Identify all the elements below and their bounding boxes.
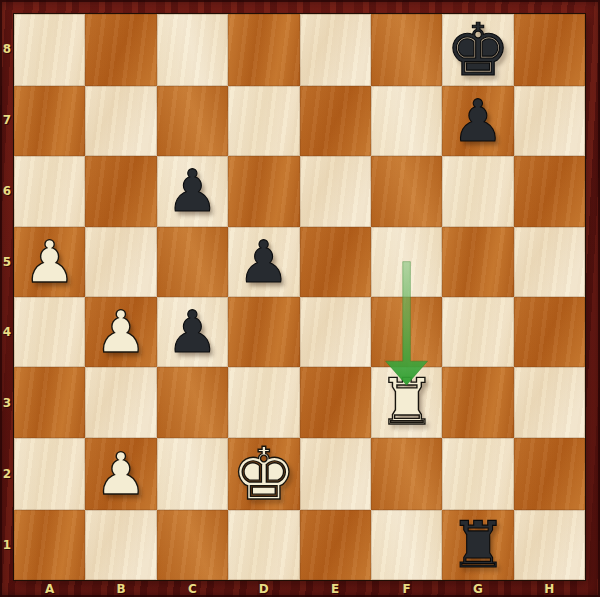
piece-white-pawn-b4[interactable]: ♟ [95,303,147,361]
square-b6[interactable] [85,156,156,226]
square-f6[interactable] [371,156,442,226]
square-d1[interactable] [228,510,299,580]
square-a5[interactable]: ♟ [14,227,85,297]
square-g5[interactable] [442,227,513,297]
square-e3[interactable] [300,367,371,437]
square-a7[interactable] [14,86,85,156]
square-a3[interactable] [14,367,85,437]
square-c8[interactable] [157,14,228,86]
square-d3[interactable] [228,367,299,437]
piece-white-king-d2[interactable]: ♚ [232,438,297,510]
square-a8[interactable] [14,14,85,86]
rank-label-6: 6 [0,156,14,227]
rank-label-8: 8 [0,14,14,85]
square-f4[interactable] [371,297,442,367]
square-d6[interactable] [228,156,299,226]
square-a1[interactable] [14,510,85,580]
square-c4[interactable]: ♟ [157,297,228,367]
square-g1[interactable]: ♜ [442,510,513,580]
square-g4[interactable] [442,297,513,367]
square-c6[interactable]: ♟ [157,156,228,226]
square-e4[interactable] [300,297,371,367]
square-c1[interactable] [157,510,228,580]
square-b5[interactable] [85,227,156,297]
file-labels: ABCDEFGH [14,580,585,597]
piece-black-rook-g1[interactable]: ♜ [449,513,506,577]
square-f2[interactable] [371,438,442,510]
square-c3[interactable] [157,367,228,437]
rank-label-2: 2 [0,439,14,510]
square-h6[interactable] [514,156,585,226]
board: ♚♟♟♟♟♟♟♜♟♚♜ [14,14,585,580]
square-b3[interactable] [85,367,156,437]
square-f3[interactable]: ♜ [371,367,442,437]
square-h5[interactable] [514,227,585,297]
square-a4[interactable] [14,297,85,367]
piece-white-pawn-a5[interactable]: ♟ [24,233,76,291]
square-a6[interactable] [14,156,85,226]
square-f7[interactable] [371,86,442,156]
square-f5[interactable] [371,227,442,297]
square-e6[interactable] [300,156,371,226]
square-d5[interactable]: ♟ [228,227,299,297]
chess-board-window: ♚♟♟♟♟♟♟♜♟♚♜ 87654321 ABCDEFGH [0,0,600,597]
square-h1[interactable] [514,510,585,580]
square-d7[interactable] [228,86,299,156]
square-b4[interactable]: ♟ [85,297,156,367]
piece-white-rook-f3[interactable]: ♜ [378,370,435,434]
rank-labels: 87654321 [0,14,14,580]
square-a2[interactable] [14,438,85,510]
square-h4[interactable] [514,297,585,367]
square-h2[interactable] [514,438,585,510]
piece-black-pawn-g7[interactable]: ♟ [452,92,504,150]
square-g6[interactable] [442,156,513,226]
square-e8[interactable] [300,14,371,86]
square-f8[interactable] [371,14,442,86]
square-b8[interactable] [85,14,156,86]
square-g7[interactable]: ♟ [442,86,513,156]
piece-black-pawn-c4[interactable]: ♟ [166,303,218,361]
file-label-g: G [442,580,513,597]
piece-black-pawn-d5[interactable]: ♟ [238,233,290,291]
square-b1[interactable] [85,510,156,580]
square-g8[interactable]: ♚ [442,14,513,86]
file-label-h: H [514,580,585,597]
square-c2[interactable] [157,438,228,510]
square-d2[interactable]: ♚ [228,438,299,510]
square-h8[interactable] [514,14,585,86]
file-label-d: D [228,580,299,597]
square-h7[interactable] [514,86,585,156]
square-b2[interactable]: ♟ [85,438,156,510]
square-e1[interactable] [300,510,371,580]
file-label-b: B [85,580,156,597]
square-c5[interactable] [157,227,228,297]
square-d8[interactable] [228,14,299,86]
rank-label-1: 1 [0,509,14,580]
square-e2[interactable] [300,438,371,510]
file-label-e: E [300,580,371,597]
square-h3[interactable] [514,367,585,437]
square-g2[interactable] [442,438,513,510]
rank-label-4: 4 [0,297,14,368]
rank-label-7: 7 [0,85,14,156]
piece-black-pawn-c6[interactable]: ♟ [166,162,218,220]
piece-black-king-g8[interactable]: ♚ [446,14,511,86]
file-label-c: C [157,580,228,597]
piece-white-pawn-b2[interactable]: ♟ [95,445,147,503]
file-label-f: F [371,580,442,597]
square-f1[interactable] [371,510,442,580]
square-b7[interactable] [85,86,156,156]
rank-label-5: 5 [0,226,14,297]
square-e5[interactable] [300,227,371,297]
square-d4[interactable] [228,297,299,367]
file-label-a: A [14,580,85,597]
rank-label-3: 3 [0,368,14,439]
square-g3[interactable] [442,367,513,437]
square-e7[interactable] [300,86,371,156]
square-c7[interactable] [157,86,228,156]
